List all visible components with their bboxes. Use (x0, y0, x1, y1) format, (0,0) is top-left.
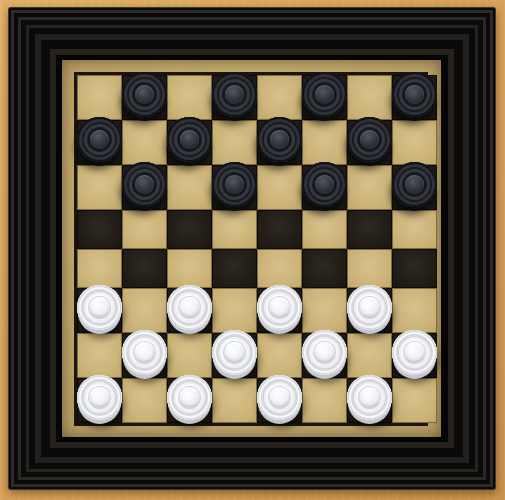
white-piece[interactable] (302, 330, 347, 375)
square-r5c1[interactable] (77, 249, 122, 288)
white-piece[interactable] (167, 285, 212, 330)
square-r8c1[interactable] (77, 378, 122, 423)
black-piece[interactable] (122, 162, 167, 207)
square-r1c6[interactable] (302, 75, 347, 120)
white-piece[interactable] (212, 330, 257, 375)
square-r5c2[interactable] (122, 249, 167, 288)
square-r1c5[interactable] (257, 75, 302, 120)
square-r8c3[interactable] (167, 378, 212, 423)
black-piece[interactable] (302, 72, 347, 117)
square-r7c3[interactable] (167, 333, 212, 378)
square-r7c1[interactable] (77, 333, 122, 378)
square-r7c7[interactable] (347, 333, 392, 378)
square-r4c1[interactable] (77, 210, 122, 249)
black-piece[interactable] (167, 117, 212, 162)
black-piece[interactable] (257, 117, 302, 162)
square-r1c4[interactable] (212, 75, 257, 120)
checkers-board (77, 75, 425, 423)
square-r4c4[interactable] (212, 210, 257, 249)
black-piece[interactable] (392, 72, 437, 117)
square-r8c6[interactable] (302, 378, 347, 423)
square-r2c3[interactable] (167, 120, 212, 165)
white-piece[interactable] (167, 375, 212, 420)
square-r3c1[interactable] (77, 165, 122, 210)
white-piece[interactable] (257, 285, 302, 330)
square-r5c7[interactable] (347, 249, 392, 288)
square-r7c6[interactable] (302, 333, 347, 378)
black-piece[interactable] (347, 117, 392, 162)
square-r5c3[interactable] (167, 249, 212, 288)
white-piece[interactable] (77, 375, 122, 420)
square-r8c2[interactable] (122, 378, 167, 423)
square-r3c5[interactable] (257, 165, 302, 210)
square-r7c2[interactable] (122, 333, 167, 378)
square-r1c2[interactable] (122, 75, 167, 120)
square-r5c6[interactable] (302, 249, 347, 288)
square-r6c5[interactable] (257, 288, 302, 333)
square-r6c8[interactable] (392, 288, 437, 333)
square-r6c1[interactable] (77, 288, 122, 333)
square-r6c6[interactable] (302, 288, 347, 333)
square-r1c8[interactable] (392, 75, 437, 120)
square-r7c4[interactable] (212, 333, 257, 378)
square-r3c3[interactable] (167, 165, 212, 210)
square-r4c8[interactable] (392, 210, 437, 249)
white-piece[interactable] (122, 330, 167, 375)
square-r2c8[interactable] (392, 120, 437, 165)
square-r4c6[interactable] (302, 210, 347, 249)
square-r6c2[interactable] (122, 288, 167, 333)
square-r3c2[interactable] (122, 165, 167, 210)
white-piece[interactable] (347, 375, 392, 420)
white-piece[interactable] (257, 375, 302, 420)
square-r7c8[interactable] (392, 333, 437, 378)
square-r3c4[interactable] (212, 165, 257, 210)
black-piece[interactable] (212, 72, 257, 117)
board-margin (62, 60, 441, 437)
square-r2c1[interactable] (77, 120, 122, 165)
square-r1c3[interactable] (167, 75, 212, 120)
square-r6c3[interactable] (167, 288, 212, 333)
black-piece[interactable] (77, 117, 122, 162)
square-r7c5[interactable] (257, 333, 302, 378)
square-r4c2[interactable] (122, 210, 167, 249)
square-r1c7[interactable] (347, 75, 392, 120)
square-r3c8[interactable] (392, 165, 437, 210)
square-r4c7[interactable] (347, 210, 392, 249)
table-surface (0, 0, 505, 500)
square-r8c5[interactable] (257, 378, 302, 423)
square-r2c6[interactable] (302, 120, 347, 165)
black-piece[interactable] (392, 162, 437, 207)
black-piece[interactable] (302, 162, 347, 207)
square-r2c2[interactable] (122, 120, 167, 165)
square-r4c5[interactable] (257, 210, 302, 249)
square-r1c1[interactable] (77, 75, 122, 120)
square-r8c4[interactable] (212, 378, 257, 423)
square-r5c4[interactable] (212, 249, 257, 288)
black-piece[interactable] (122, 72, 167, 117)
square-r4c3[interactable] (167, 210, 212, 249)
square-r2c7[interactable] (347, 120, 392, 165)
square-r3c6[interactable] (302, 165, 347, 210)
square-r5c5[interactable] (257, 249, 302, 288)
white-piece[interactable] (347, 285, 392, 330)
square-r8c7[interactable] (347, 378, 392, 423)
square-r3c7[interactable] (347, 165, 392, 210)
square-r6c4[interactable] (212, 288, 257, 333)
square-r2c4[interactable] (212, 120, 257, 165)
square-r8c8[interactable] (392, 378, 437, 423)
grid-border (74, 72, 428, 426)
square-r2c5[interactable] (257, 120, 302, 165)
white-piece[interactable] (77, 285, 122, 330)
square-r5c8[interactable] (392, 249, 437, 288)
square-r6c7[interactable] (347, 288, 392, 333)
black-piece[interactable] (212, 162, 257, 207)
white-piece[interactable] (392, 330, 437, 375)
